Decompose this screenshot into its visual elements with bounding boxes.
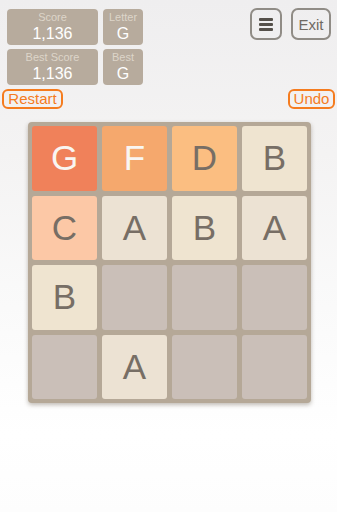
letter-box: Letter G	[103, 9, 143, 45]
best-letter-value: G	[117, 65, 129, 83]
undo-button[interactable]: Undo	[288, 89, 335, 109]
cell-r2c2: A	[102, 196, 167, 261]
cell-r1c2: F	[102, 126, 167, 191]
cell-r3c1: B	[32, 265, 97, 330]
cell-r2c1: C	[32, 196, 97, 261]
hamburger-icon	[259, 18, 273, 31]
exit-button[interactable]: Exit	[291, 8, 331, 40]
best-letter-label: Best	[112, 51, 134, 64]
cell-r1c3: D	[172, 126, 237, 191]
cell-r3c4	[242, 265, 307, 330]
letter-label: Letter	[109, 11, 137, 24]
menu-button[interactable]	[250, 8, 282, 40]
cell-r4c4	[242, 335, 307, 400]
cell-r1c4: B	[242, 126, 307, 191]
score-value: 1,136	[32, 25, 72, 43]
letter-value: G	[117, 25, 129, 43]
undo-button-label: Undo	[294, 91, 330, 107]
cell-r3c2	[102, 265, 167, 330]
restart-button-label: Restart	[8, 91, 56, 107]
cell-r2c4: A	[242, 196, 307, 261]
cell-r2c3: B	[172, 196, 237, 261]
score-box: Score 1,136	[7, 9, 98, 45]
app-screen: { "game": "2048 (letter-tile variant, 4x…	[0, 0, 337, 512]
best-letter-box: Best G	[103, 49, 143, 85]
best-score-box: Best Score 1,136	[7, 49, 98, 85]
game-board[interactable]: G F D B C A B A B A	[28, 122, 311, 403]
cell-r4c1	[32, 335, 97, 400]
cell-r4c3	[172, 335, 237, 400]
cell-r3c3	[172, 265, 237, 330]
cell-r4c2: A	[102, 335, 167, 400]
cell-r1c1: G	[32, 126, 97, 191]
score-panel: Score 1,136 Letter G Best Score 1,136 Be…	[7, 9, 143, 85]
restart-button[interactable]: Restart	[2, 89, 63, 109]
score-label: Score	[38, 11, 67, 24]
best-score-label: Best Score	[26, 51, 80, 64]
exit-button-label: Exit	[298, 16, 323, 33]
best-score-value: 1,136	[32, 65, 72, 83]
